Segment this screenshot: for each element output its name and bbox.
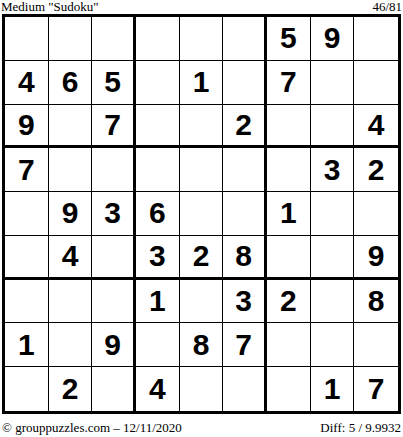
sudoku-cell-r9c8: 1	[311, 367, 355, 411]
given-digit: 5	[104, 67, 121, 97]
sudoku-cell-r5c1[interactable]	[5, 192, 49, 236]
sudoku-cell-r7c6: 3	[223, 280, 267, 324]
sudoku-cell-r5c2: 9	[49, 192, 93, 236]
sudoku-cell-r1c4[interactable]	[136, 17, 180, 61]
given-digit: 9	[368, 241, 385, 271]
sudoku-cell-r5c6[interactable]	[223, 192, 267, 236]
sudoku-cell-r8c4[interactable]	[136, 323, 180, 367]
sudoku-cell-r1c9[interactable]	[354, 17, 398, 61]
sudoku-cell-r8c3: 9	[92, 323, 136, 367]
sudoku-cell-r5c5[interactable]	[180, 192, 224, 236]
sudoku-cell-r7c1[interactable]	[5, 280, 49, 324]
given-digit: 4	[62, 241, 79, 271]
cell-counter: 46/81	[372, 0, 402, 14]
sudoku-cell-r2c8[interactable]	[311, 61, 355, 105]
given-digit: 7	[18, 155, 35, 185]
sudoku-cell-r2c1: 4	[5, 61, 49, 105]
given-digit: 9	[324, 23, 341, 53]
sudoku-cell-r1c8: 9	[311, 17, 355, 61]
sudoku-cell-r7c2[interactable]	[49, 280, 93, 324]
sudoku-cell-r4c3[interactable]	[92, 148, 136, 192]
given-digit: 1	[149, 286, 166, 316]
given-digit: 9	[18, 110, 35, 140]
sudoku-cell-r1c2[interactable]	[49, 17, 93, 61]
sudoku-cell-r1c5[interactable]	[180, 17, 224, 61]
given-digit: 5	[280, 23, 297, 53]
given-digit: 4	[18, 67, 35, 97]
sudoku-cell-r6c9: 9	[354, 236, 398, 280]
sudoku-cell-r6c5: 2	[180, 236, 224, 280]
sudoku-board: 59465179724732936143289132819872417	[2, 14, 401, 414]
sudoku-cell-r1c6[interactable]	[223, 17, 267, 61]
sudoku-cell-r5c9[interactable]	[354, 192, 398, 236]
header-bar: Medium "Sudoku" 46/81	[0, 0, 403, 14]
sudoku-cell-r8c1: 1	[5, 323, 49, 367]
given-digit: 1	[193, 67, 210, 97]
sudoku-cell-r9c3[interactable]	[92, 367, 136, 411]
sudoku-cell-r3c1: 9	[5, 105, 49, 149]
sudoku-cell-r6c1[interactable]	[5, 236, 49, 280]
sudoku-cell-r2c2: 6	[49, 61, 93, 105]
sudoku-cell-r5c7: 1	[267, 192, 311, 236]
sudoku-cell-r3c9: 4	[354, 105, 398, 149]
given-digit: 2	[62, 374, 79, 404]
sudoku-cell-r8c6: 7	[223, 323, 267, 367]
given-digit: 9	[104, 330, 121, 360]
given-digit: 1	[324, 374, 341, 404]
sudoku-cell-r4c1: 7	[5, 148, 49, 192]
sudoku-cell-r5c4: 6	[136, 192, 180, 236]
puzzle-title: Medium "Sudoku"	[1, 0, 99, 14]
sudoku-cell-r3c5[interactable]	[180, 105, 224, 149]
given-digit: 7	[280, 67, 297, 97]
sudoku-cell-r4c8: 3	[311, 148, 355, 192]
sudoku-cell-r3c4[interactable]	[136, 105, 180, 149]
given-digit: 9	[62, 198, 79, 228]
given-digit: 8	[193, 330, 210, 360]
sudoku-cell-r6c3[interactable]	[92, 236, 136, 280]
sudoku-cell-r2c3: 5	[92, 61, 136, 105]
given-digit: 3	[235, 286, 252, 316]
sudoku-cell-r6c7[interactable]	[267, 236, 311, 280]
sudoku-cell-r9c2: 2	[49, 367, 93, 411]
sudoku-cell-r7c5[interactable]	[180, 280, 224, 324]
sudoku-cell-r3c8[interactable]	[311, 105, 355, 149]
sudoku-cell-r9c6[interactable]	[223, 367, 267, 411]
sudoku-cell-r4c6[interactable]	[223, 148, 267, 192]
sudoku-cell-r6c6: 8	[223, 236, 267, 280]
sudoku-cell-r5c8[interactable]	[311, 192, 355, 236]
sudoku-cell-r4c9: 2	[354, 148, 398, 192]
given-digit: 2	[280, 286, 297, 316]
footer-bar: © grouppuzzles.com – 12/11/2020 Diff: 5 …	[0, 414, 403, 435]
copyright-text: © grouppuzzles.com – 12/11/2020	[2, 420, 182, 435]
sudoku-cell-r9c9: 7	[354, 367, 398, 411]
sudoku-cell-r9c1[interactable]	[5, 367, 49, 411]
sudoku-cell-r9c5[interactable]	[180, 367, 224, 411]
given-digit: 1	[18, 330, 35, 360]
given-digit: 2	[368, 155, 385, 185]
sudoku-cell-r8c9[interactable]	[354, 323, 398, 367]
sudoku-page: Medium "Sudoku" 46/81 594651797247329361…	[0, 0, 403, 437]
sudoku-cell-r2c6[interactable]	[223, 61, 267, 105]
given-digit: 8	[368, 286, 385, 316]
given-digit: 1	[280, 198, 297, 228]
sudoku-cell-r7c7: 2	[267, 280, 311, 324]
given-digit: 7	[104, 110, 121, 140]
sudoku-cell-r4c2[interactable]	[49, 148, 93, 192]
given-digit: 3	[104, 198, 121, 228]
sudoku-cell-r8c8[interactable]	[311, 323, 355, 367]
sudoku-cell-r3c7[interactable]	[267, 105, 311, 149]
sudoku-cell-r8c7[interactable]	[267, 323, 311, 367]
sudoku-cell-r9c7[interactable]	[267, 367, 311, 411]
sudoku-cell-r7c9: 8	[354, 280, 398, 324]
given-digit: 6	[149, 198, 166, 228]
given-digit: 6	[62, 67, 79, 97]
sudoku-cell-r2c5: 1	[180, 61, 224, 105]
given-digit: 4	[368, 110, 385, 140]
given-digit: 3	[149, 241, 166, 271]
sudoku-cell-r7c4: 1	[136, 280, 180, 324]
sudoku-cell-r3c3: 7	[92, 105, 136, 149]
sudoku-cell-r8c5: 8	[180, 323, 224, 367]
sudoku-cell-r7c3[interactable]	[92, 280, 136, 324]
given-digit: 3	[324, 155, 341, 185]
sudoku-cell-r1c7: 5	[267, 17, 311, 61]
given-digit: 4	[149, 374, 166, 404]
sudoku-cell-r9c4: 4	[136, 367, 180, 411]
sudoku-cell-r1c3[interactable]	[92, 17, 136, 61]
sudoku-cell-r3c6: 2	[223, 105, 267, 149]
given-digit: 7	[368, 374, 385, 404]
sudoku-cell-r4c7[interactable]	[267, 148, 311, 192]
sudoku-cell-r2c4[interactable]	[136, 61, 180, 105]
sudoku-cell-r7c8[interactable]	[311, 280, 355, 324]
sudoku-cell-r3c2[interactable]	[49, 105, 93, 149]
given-digit: 8	[235, 241, 252, 271]
sudoku-cell-r6c2: 4	[49, 236, 93, 280]
sudoku-cell-r6c8[interactable]	[311, 236, 355, 280]
difficulty-text: Diff: 5 / 9.9932	[320, 420, 401, 435]
given-digit: 7	[235, 330, 252, 360]
given-digit: 2	[235, 110, 252, 140]
sudoku-cell-r1c1[interactable]	[5, 17, 49, 61]
sudoku-cell-r4c5[interactable]	[180, 148, 224, 192]
sudoku-cell-r6c4: 3	[136, 236, 180, 280]
sudoku-cell-r2c7: 7	[267, 61, 311, 105]
sudoku-cell-r8c2[interactable]	[49, 323, 93, 367]
given-digit: 2	[193, 241, 210, 271]
sudoku-cell-r5c3: 3	[92, 192, 136, 236]
sudoku-cell-r4c4[interactable]	[136, 148, 180, 192]
sudoku-cell-r2c9[interactable]	[354, 61, 398, 105]
